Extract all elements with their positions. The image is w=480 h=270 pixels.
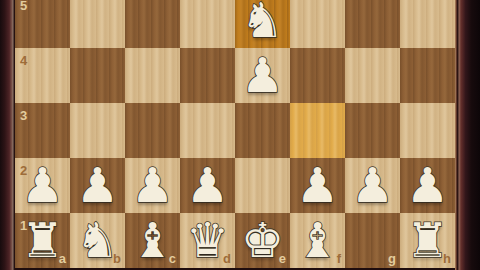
square-b1[interactable]: b♞ bbox=[70, 213, 125, 268]
square-f5[interactable] bbox=[290, 0, 345, 48]
rank-label-3: 3 bbox=[20, 109, 27, 122]
square-e3[interactable] bbox=[235, 103, 290, 158]
white-knight-b1[interactable]: ♞ bbox=[76, 216, 119, 264]
square-h5[interactable] bbox=[400, 0, 455, 48]
square-e1[interactable]: e♚ bbox=[235, 213, 290, 268]
square-d4[interactable] bbox=[180, 48, 235, 103]
white-queen-d1[interactable]: ♛ bbox=[186, 216, 229, 264]
chess-board[interactable]: 8765♞4♟32♟♟♟♟♟♟♟1a♜b♞c♝d♛e♚f♝gh♜ bbox=[15, 0, 455, 268]
board-frame-left bbox=[0, 0, 15, 270]
square-b2[interactable]: ♟ bbox=[70, 158, 125, 213]
square-a4[interactable]: 4 bbox=[15, 48, 70, 103]
white-pawn-b2[interactable]: ♟ bbox=[76, 161, 119, 209]
square-c3[interactable] bbox=[125, 103, 180, 158]
chess-app-screen: 8765♞4♟32♟♟♟♟♟♟♟1a♜b♞c♝d♛e♚f♝gh♜ bbox=[0, 0, 480, 270]
white-rook-a1[interactable]: ♜ bbox=[21, 216, 64, 264]
square-g4[interactable] bbox=[345, 48, 400, 103]
square-h1[interactable]: h♜ bbox=[400, 213, 455, 268]
square-a2[interactable]: 2♟ bbox=[15, 158, 70, 213]
white-bishop-c1[interactable]: ♝ bbox=[131, 216, 174, 264]
square-f2[interactable]: ♟ bbox=[290, 158, 345, 213]
white-pawn-c2[interactable]: ♟ bbox=[131, 161, 174, 209]
white-bishop-f1[interactable]: ♝ bbox=[296, 216, 339, 264]
square-d5[interactable] bbox=[180, 0, 235, 48]
square-a3[interactable]: 3 bbox=[15, 103, 70, 158]
white-pawn-e4[interactable]: ♟ bbox=[241, 51, 284, 99]
white-pawn-g2[interactable]: ♟ bbox=[351, 161, 394, 209]
rank-label-5: 5 bbox=[20, 0, 27, 12]
square-e4[interactable]: ♟ bbox=[235, 48, 290, 103]
square-c4[interactable] bbox=[125, 48, 180, 103]
square-g5[interactable] bbox=[345, 0, 400, 48]
white-pawn-d2[interactable]: ♟ bbox=[186, 161, 229, 209]
square-h3[interactable] bbox=[400, 103, 455, 158]
rank-label-4: 4 bbox=[20, 54, 27, 67]
white-pawn-h2[interactable]: ♟ bbox=[406, 161, 449, 209]
square-g2[interactable]: ♟ bbox=[345, 158, 400, 213]
square-d3[interactable] bbox=[180, 103, 235, 158]
square-g3[interactable] bbox=[345, 103, 400, 158]
square-h2[interactable]: ♟ bbox=[400, 158, 455, 213]
file-label-g: g bbox=[388, 252, 396, 265]
white-rook-h1[interactable]: ♜ bbox=[406, 216, 449, 264]
square-a1[interactable]: 1a♜ bbox=[15, 213, 70, 268]
white-pawn-f2[interactable]: ♟ bbox=[296, 161, 339, 209]
square-e5[interactable]: ♞ bbox=[235, 0, 290, 48]
white-pawn-a2[interactable]: ♟ bbox=[21, 161, 64, 209]
square-b5[interactable] bbox=[70, 0, 125, 48]
square-c2[interactable]: ♟ bbox=[125, 158, 180, 213]
square-e2[interactable] bbox=[235, 158, 290, 213]
square-b3[interactable] bbox=[70, 103, 125, 158]
square-f4[interactable] bbox=[290, 48, 345, 103]
square-c5[interactable] bbox=[125, 0, 180, 48]
board-frame-right bbox=[455, 0, 480, 270]
square-g1[interactable]: g bbox=[345, 213, 400, 268]
square-a5[interactable]: 5 bbox=[15, 0, 70, 48]
white-king-e1[interactable]: ♚ bbox=[241, 216, 284, 264]
square-c1[interactable]: c♝ bbox=[125, 213, 180, 268]
square-d2[interactable]: ♟ bbox=[180, 158, 235, 213]
square-h4[interactable] bbox=[400, 48, 455, 103]
square-f1[interactable]: f♝ bbox=[290, 213, 345, 268]
board-viewport: 8765♞4♟32♟♟♟♟♟♟♟1a♜b♞c♝d♛e♚f♝gh♜ bbox=[15, 0, 455, 270]
square-f3[interactable] bbox=[290, 103, 345, 158]
square-b4[interactable] bbox=[70, 48, 125, 103]
white-knight-e5[interactable]: ♞ bbox=[241, 0, 284, 44]
square-d1[interactable]: d♛ bbox=[180, 213, 235, 268]
